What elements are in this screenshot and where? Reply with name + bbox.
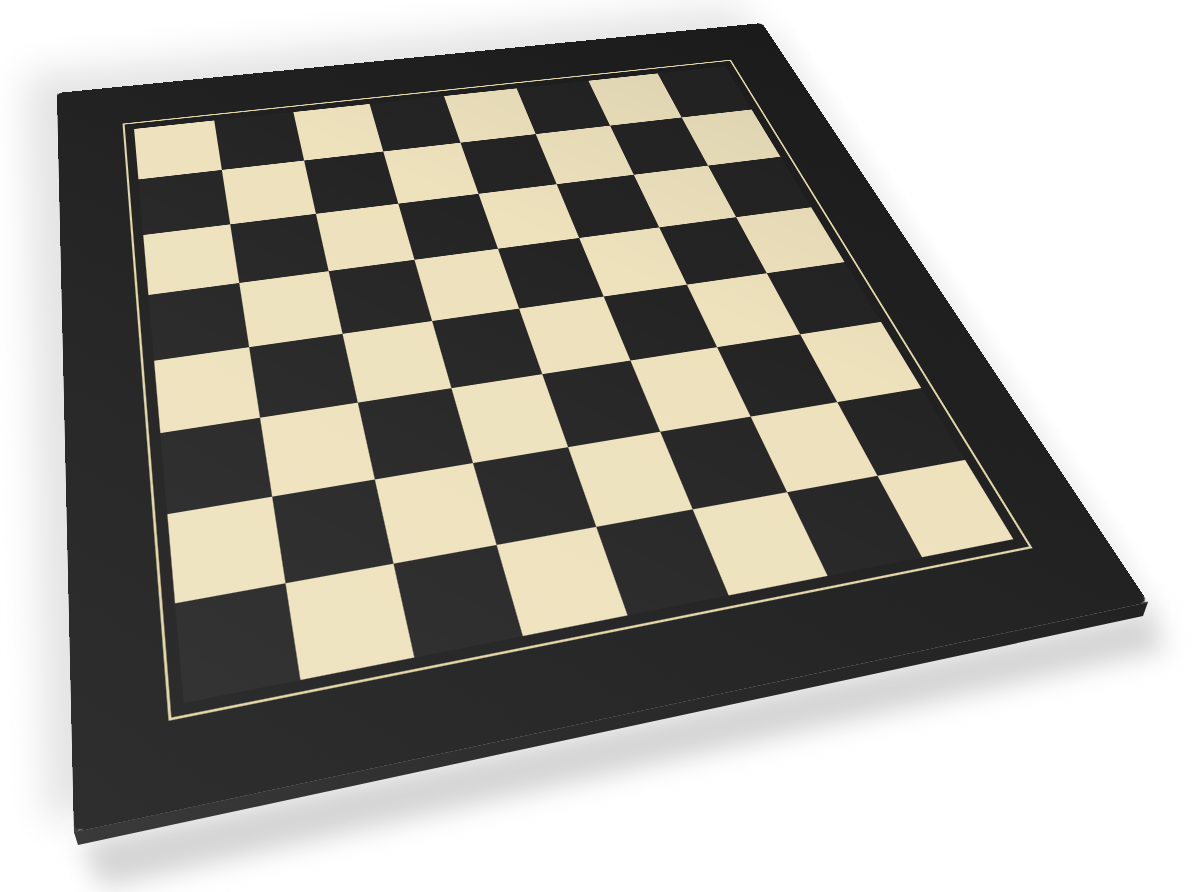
- product-photo-stage: [0, 0, 1200, 892]
